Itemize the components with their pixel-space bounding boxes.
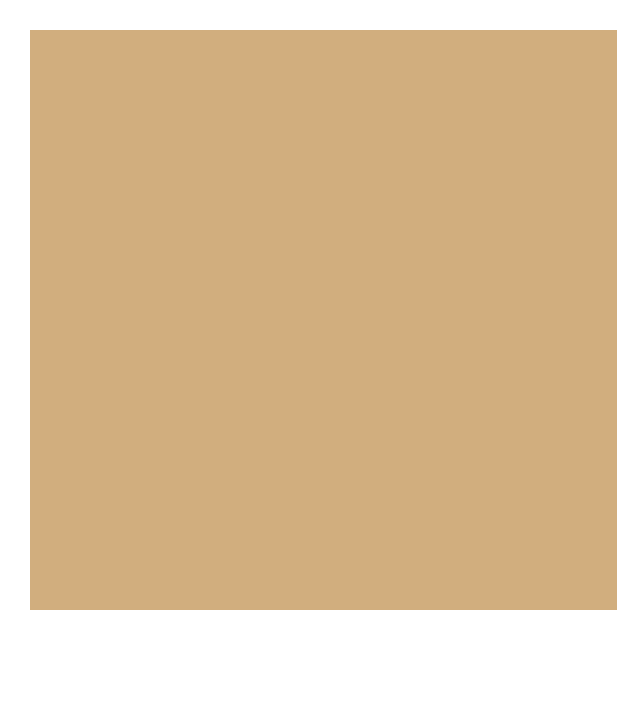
go-board bbox=[30, 30, 617, 610]
go-kifu-diagram bbox=[0, 0, 640, 715]
